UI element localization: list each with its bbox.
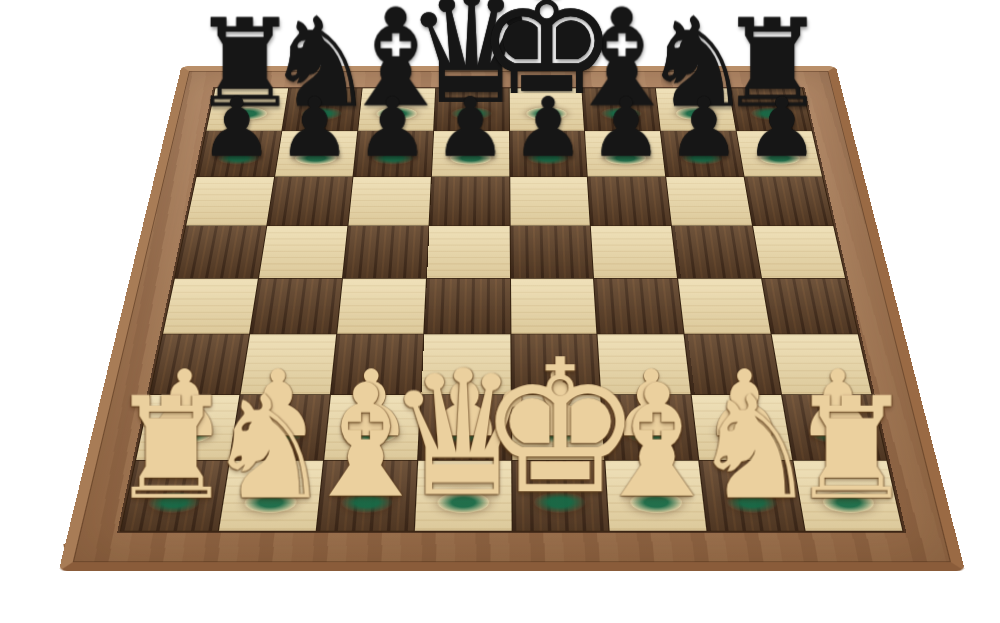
square-h4[interactable]	[762, 278, 858, 334]
square-d5[interactable]	[427, 226, 510, 278]
square-b6[interactable]	[267, 177, 352, 225]
chess-board: ♜♞♝♛♚♝♞♜♟♟♟♟♟♟♟♟♟♟♟♟♟♟♟♟♜♞♝♛♚♝♞♜	[120, 88, 904, 532]
square-c6[interactable]	[348, 177, 430, 225]
square-h7[interactable]: ♟	[737, 131, 822, 176]
white-rook-h1[interactable]: ♜	[788, 383, 914, 517]
chess-board-frame: ♜♞♝♛♚♝♞♜♟♟♟♟♟♟♟♟♟♟♟♟♟♟♟♟♜♞♝♛♚♝♞♜	[59, 66, 966, 571]
photo-canvas: ♜♞♝♛♚♝♞♜♟♟♟♟♟♟♟♟♟♟♟♟♟♟♟♟♜♞♝♛♚♝♞♜	[0, 0, 1000, 623]
square-e7[interactable]: ♟	[509, 131, 587, 176]
square-a6[interactable]	[186, 177, 274, 225]
square-h6[interactable]	[745, 177, 833, 225]
square-b4[interactable]	[250, 278, 342, 334]
square-a5[interactable]	[175, 226, 266, 278]
square-b7[interactable]: ♟	[275, 131, 357, 176]
black-pawn-d7[interactable]: ♟	[434, 89, 508, 167]
white-king-e1[interactable]: ♚	[477, 341, 643, 516]
square-a1[interactable]: ♜	[121, 461, 229, 531]
square-e6[interactable]	[510, 177, 590, 225]
square-c7[interactable]: ♟	[353, 131, 433, 176]
square-g4[interactable]	[678, 278, 770, 334]
square-h5[interactable]	[753, 226, 845, 278]
square-c4[interactable]	[337, 278, 426, 334]
square-f6[interactable]	[588, 177, 671, 225]
square-a7[interactable]: ♟	[197, 131, 282, 176]
white-rook-a1[interactable]: ♜	[109, 383, 235, 517]
square-g6[interactable]	[666, 177, 752, 225]
black-pawn-a7[interactable]: ♟	[200, 89, 274, 167]
square-g7[interactable]: ♟	[661, 131, 744, 176]
square-d7[interactable]: ♟	[432, 131, 509, 176]
square-b5[interactable]	[259, 226, 347, 278]
square-f5[interactable]	[591, 226, 677, 278]
black-pawn-f7[interactable]: ♟	[589, 89, 663, 167]
square-h1[interactable]: ♜	[794, 461, 903, 531]
square-e1[interactable]: ♚	[512, 461, 609, 531]
black-pawn-h7[interactable]: ♟	[745, 89, 819, 167]
square-f7[interactable]: ♟	[585, 131, 665, 176]
black-pawn-b7[interactable]: ♟	[278, 89, 352, 167]
black-pawn-g7[interactable]: ♟	[667, 89, 741, 167]
square-a4[interactable]	[163, 278, 258, 334]
black-pawn-c7[interactable]: ♟	[356, 89, 430, 167]
square-d6[interactable]	[429, 177, 509, 225]
square-c5[interactable]	[343, 226, 428, 278]
board-scene: ♜♞♝♛♚♝♞♜♟♟♟♟♟♟♟♟♟♟♟♟♟♟♟♟♜♞♝♛♚♝♞♜	[0, 0, 1000, 623]
square-g5[interactable]	[672, 226, 761, 278]
black-pawn-e7[interactable]: ♟	[511, 89, 585, 167]
square-e5[interactable]	[510, 226, 593, 278]
